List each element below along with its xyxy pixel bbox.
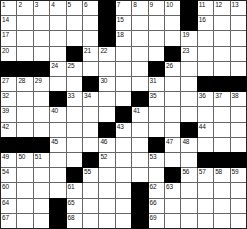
clue-number-18: 18 [117, 31, 124, 38]
clue-number-36: 36 [199, 92, 206, 99]
black-cell-r4c5 [67, 47, 82, 61]
clue-number-53: 53 [150, 153, 157, 160]
clue-number-13: 13 [232, 1, 239, 8]
grid-cell-r11c10[interactable]: 53 [149, 153, 164, 167]
grid-cell-r15c8[interactable] [116, 214, 131, 228]
clue-number-52: 52 [100, 153, 107, 160]
grid-cell-r12c14[interactable]: 58 [214, 168, 229, 182]
grid-cell-r3c3[interactable] [34, 31, 49, 45]
black-cell-r10c3 [34, 138, 49, 152]
grid-cell-r9c11[interactable] [165, 123, 180, 137]
clue-number-16: 16 [199, 16, 206, 23]
black-cell-r5c1 [1, 62, 16, 76]
clue-number-24: 24 [51, 62, 58, 69]
grid-cell-r1c2[interactable]: 2 [17, 1, 32, 15]
grid-cell-r11c8[interactable] [116, 153, 131, 167]
black-cell-r5c3 [34, 62, 49, 76]
grid-cell-r1c6[interactable]: 6 [83, 1, 98, 15]
grid-cell-r8c12[interactable] [181, 107, 196, 121]
grid-cell-r13c1[interactable]: 60 [1, 183, 16, 197]
black-cell-r15c4 [50, 214, 65, 228]
grid-cell-r5c14[interactable] [214, 62, 229, 76]
grid-cell-r13c2[interactable] [17, 183, 32, 197]
grid-cell-r12c6[interactable]: 55 [83, 168, 98, 182]
grid-cell-r2c3[interactable] [34, 16, 49, 30]
clue-number-22: 22 [100, 47, 107, 54]
grid-cell-r7c1[interactable]: 32 [1, 92, 16, 106]
grid-cell-r14c11[interactable] [165, 199, 180, 213]
grid-cell-r7c15[interactable]: 38 [231, 92, 246, 106]
grid-cell-r14c3[interactable] [34, 199, 49, 213]
black-cell-r11c14 [214, 153, 229, 167]
black-cell-r1c7 [99, 1, 114, 15]
clue-number-69: 69 [150, 214, 157, 221]
clue-number-68: 68 [68, 214, 75, 221]
grid-cell-r13c8[interactable] [116, 183, 131, 197]
black-cell-r2c12 [181, 16, 196, 30]
grid-cell-r3c1[interactable]: 17 [1, 31, 16, 45]
grid-cell-r8c11[interactable] [165, 107, 180, 121]
grid-cell-r4c14[interactable] [214, 47, 229, 61]
grid-cell-r1c8[interactable]: 7 [116, 1, 131, 15]
grid-cell-r1c5[interactable]: 5 [67, 1, 82, 15]
black-cell-r10c1 [1, 138, 16, 152]
grid-cell-r8c14[interactable] [214, 107, 229, 121]
clue-number-25: 25 [68, 62, 75, 69]
clue-number-31: 31 [150, 77, 157, 84]
black-cell-r3c7 [99, 31, 114, 45]
clue-number-7: 7 [117, 1, 120, 8]
clue-number-38: 38 [232, 92, 239, 99]
clue-number-63: 63 [166, 183, 173, 190]
clue-number-19: 19 [182, 31, 189, 38]
grid-cell-r6c2[interactable]: 28 [17, 77, 32, 91]
grid-cell-r2c6[interactable] [83, 16, 98, 30]
grid-cell-r9c2[interactable] [17, 123, 32, 137]
grid-cell-r8c5[interactable] [67, 107, 82, 121]
clue-number-62: 62 [150, 183, 157, 190]
clue-number-8: 8 [133, 1, 136, 8]
grid-cell-r13c5[interactable]: 61 [67, 183, 82, 197]
grid-cell-r7c13[interactable]: 36 [198, 92, 213, 106]
clue-number-56: 56 [182, 168, 189, 175]
black-cell-r5c10 [149, 62, 164, 76]
black-cell-r4c11 [165, 47, 180, 61]
grid-cell-r5c15[interactable] [231, 62, 246, 76]
grid-cell-r2c9[interactable] [132, 16, 147, 30]
grid-cell-r11c9[interactable] [132, 153, 147, 167]
grid-cell-r13c10[interactable]: 62 [149, 183, 164, 197]
black-cell-r12c5 [67, 168, 82, 182]
clue-number-55: 55 [84, 168, 91, 175]
clue-number-64: 64 [2, 199, 9, 206]
clue-number-54: 54 [2, 168, 9, 175]
grid-cell-r4c6[interactable]: 21 [83, 47, 98, 61]
grid-cell-r15c11[interactable] [165, 214, 180, 228]
grid-cell-r8c2[interactable] [17, 107, 32, 121]
grid-cell-r10c6[interactable] [83, 138, 98, 152]
grid-cell-r9c4[interactable] [50, 123, 65, 137]
grid-cell-r4c1[interactable]: 20 [1, 47, 16, 61]
grid-cell-r8c7[interactable] [99, 107, 114, 121]
grid-cell-r13c11[interactable]: 63 [165, 183, 180, 197]
grid-cell-r7c7[interactable] [99, 92, 114, 106]
clue-number-26: 26 [166, 62, 173, 69]
grid-cell-r10c8[interactable] [116, 138, 131, 152]
grid-cell-r9c5[interactable] [67, 123, 82, 137]
grid-cell-r5c5[interactable]: 25 [67, 62, 82, 76]
clue-number-17: 17 [2, 31, 9, 38]
grid-cell-r8c15[interactable] [231, 107, 246, 121]
clue-number-39: 39 [2, 107, 9, 114]
black-cell-r14c4 [50, 199, 65, 213]
clue-number-50: 50 [18, 153, 25, 160]
crossword-grid: 1234567891011121314151617181920212223242… [0, 0, 247, 229]
grid-cell-r13c6[interactable] [83, 183, 98, 197]
clue-number-59: 59 [232, 168, 239, 175]
clue-number-9: 9 [150, 1, 153, 8]
grid-cell-r15c2[interactable] [17, 214, 32, 228]
grid-cell-r3c5[interactable] [67, 31, 82, 45]
grid-cell-r4c15[interactable] [231, 47, 246, 61]
grid-cell-r15c13[interactable] [198, 214, 213, 228]
black-cell-r11c6 [83, 153, 98, 167]
grid-cell-r12c1[interactable]: 54 [1, 168, 16, 182]
grid-cell-r15c5[interactable]: 68 [67, 214, 82, 228]
grid-cell-r8c1[interactable]: 39 [1, 107, 16, 121]
grid-cell-r2c4[interactable] [50, 16, 65, 30]
grid-cell-r8c3[interactable] [34, 107, 49, 121]
grid-cell-r10c7[interactable]: 46 [99, 138, 114, 152]
grid-cell-r11c7[interactable]: 52 [99, 153, 114, 167]
grid-cell-r3c10[interactable] [149, 31, 164, 45]
black-cell-r6c6 [83, 77, 98, 91]
grid-cell-r11c11[interactable] [165, 153, 180, 167]
grid-cell-r2c8[interactable]: 15 [116, 16, 131, 30]
clue-number-66: 66 [150, 199, 157, 206]
clue-number-48: 48 [182, 138, 189, 145]
grid-cell-r14c2[interactable] [17, 199, 32, 213]
grid-cell-r5c7[interactable] [99, 62, 114, 76]
grid-cell-r9c15[interactable] [231, 123, 246, 137]
clue-number-32: 32 [2, 92, 9, 99]
clue-number-65: 65 [68, 199, 75, 206]
black-cell-r14c9 [132, 199, 147, 213]
grid-cell-r13c12[interactable] [181, 183, 196, 197]
clue-number-41: 41 [133, 107, 140, 114]
grid-cell-r5c9[interactable] [132, 62, 147, 76]
grid-cell-r6c9[interactable] [132, 77, 147, 91]
clue-number-49: 49 [2, 153, 9, 160]
grid-cell-r5c6[interactable] [83, 62, 98, 76]
clue-number-42: 42 [2, 123, 9, 130]
grid-cell-r10c12[interactable]: 48 [181, 138, 196, 152]
black-cell-r9c12 [181, 123, 196, 137]
grid-cell-r3c4[interactable] [50, 31, 65, 45]
clue-number-15: 15 [117, 16, 124, 23]
grid-cell-r10c9[interactable] [132, 138, 147, 152]
grid-cell-r15c14[interactable] [214, 214, 229, 228]
grid-cell-r4c9[interactable] [132, 47, 147, 61]
black-cell-r11c15 [231, 153, 246, 167]
grid-cell-r10c4[interactable]: 45 [50, 138, 65, 152]
grid-cell-r14c6[interactable] [83, 199, 98, 213]
clue-number-28: 28 [18, 77, 25, 84]
clue-number-6: 6 [84, 1, 87, 8]
grid-cell-r12c13[interactable]: 57 [198, 168, 213, 182]
grid-cell-r10c5[interactable] [67, 138, 82, 152]
grid-cell-r11c1[interactable]: 49 [1, 153, 16, 167]
black-cell-r12c11 [165, 168, 180, 182]
grid-cell-r11c3[interactable]: 51 [34, 153, 49, 167]
grid-cell-r3c13[interactable] [198, 31, 213, 45]
grid-cell-r4c8[interactable] [116, 47, 131, 61]
clue-number-2: 2 [18, 1, 21, 8]
grid-cell-r12c4[interactable] [50, 168, 65, 182]
grid-cell-r6c3[interactable]: 29 [34, 77, 49, 91]
grid-cell-r14c10[interactable]: 66 [149, 199, 164, 213]
clue-number-29: 29 [35, 77, 42, 84]
grid-cell-r15c15[interactable] [231, 214, 246, 228]
black-cell-r6c14 [214, 77, 229, 91]
grid-cell-r1c9[interactable]: 8 [132, 1, 147, 15]
clue-number-51: 51 [35, 153, 42, 160]
grid-cell-r9c9[interactable] [132, 123, 147, 137]
grid-cell-r4c7[interactable]: 22 [99, 47, 114, 61]
black-cell-r15c9 [132, 214, 147, 228]
grid-cell-r14c14[interactable] [214, 199, 229, 213]
grid-cell-r12c7[interactable] [99, 168, 114, 182]
grid-cell-r6c4[interactable] [50, 77, 65, 91]
black-cell-r2c7 [99, 16, 114, 30]
clue-number-58: 58 [215, 168, 222, 175]
grid-cell-r10c11[interactable]: 47 [165, 138, 180, 152]
grid-cell-r1c4[interactable]: 4 [50, 1, 65, 15]
grid-cell-r2c11[interactable] [165, 16, 180, 30]
grid-cell-r6c12[interactable] [181, 77, 196, 91]
clue-number-23: 23 [182, 47, 189, 54]
grid-cell-r5c8[interactable] [116, 62, 131, 76]
clue-number-61: 61 [68, 183, 75, 190]
grid-cell-r12c10[interactable] [149, 168, 164, 182]
grid-cell-r3c6[interactable] [83, 31, 98, 45]
clue-number-20: 20 [2, 47, 9, 54]
grid-cell-r10c13[interactable] [198, 138, 213, 152]
grid-cell-r15c1[interactable]: 67 [1, 214, 16, 228]
grid-cell-r7c3[interactable] [34, 92, 49, 106]
grid-cell-r14c5[interactable]: 65 [67, 199, 82, 213]
grid-cell-r13c15[interactable] [231, 183, 246, 197]
grid-cell-r3c12[interactable]: 19 [181, 31, 196, 45]
grid-cell-r4c12[interactable]: 23 [181, 47, 196, 61]
grid-cell-r7c11[interactable] [165, 92, 180, 106]
clue-number-46: 46 [100, 138, 107, 145]
black-cell-r9c7 [99, 123, 114, 137]
clue-number-44: 44 [199, 123, 206, 130]
grid-cell-r4c13[interactable] [198, 47, 213, 61]
grid-cell-r12c8[interactable] [116, 168, 131, 182]
grid-cell-r2c15[interactable] [231, 16, 246, 30]
grid-cell-r7c6[interactable]: 34 [83, 92, 98, 106]
grid-cell-r4c4[interactable] [50, 47, 65, 61]
grid-cell-r9c10[interactable] [149, 123, 164, 137]
clue-number-12: 12 [215, 1, 222, 8]
clue-number-57: 57 [199, 168, 206, 175]
grid-cell-r15c3[interactable] [34, 214, 49, 228]
grid-cell-r11c12[interactable] [181, 153, 196, 167]
grid-cell-r15c12[interactable] [181, 214, 196, 228]
grid-cell-r1c13[interactable]: 11 [198, 1, 213, 15]
grid-cell-r2c2[interactable] [17, 16, 32, 30]
clue-number-37: 37 [215, 92, 222, 99]
grid-cell-r13c4[interactable] [50, 183, 65, 197]
grid-cell-r12c2[interactable] [17, 168, 32, 182]
clue-number-11: 11 [199, 1, 205, 8]
grid-cell-r7c5[interactable]: 33 [67, 92, 82, 106]
grid-cell-r1c14[interactable]: 12 [214, 1, 229, 15]
grid-cell-r1c1[interactable]: 1 [1, 1, 16, 15]
grid-cell-r9c8[interactable]: 43 [116, 123, 131, 137]
grid-cell-r11c2[interactable]: 50 [17, 153, 32, 167]
grid-cell-r6c1[interactable]: 27 [1, 77, 16, 91]
clue-number-30: 30 [100, 77, 107, 84]
grid-cell-r9c14[interactable] [214, 123, 229, 137]
grid-cell-r15c6[interactable] [83, 214, 98, 228]
black-cell-r10c10 [149, 138, 164, 152]
grid-cell-r3c15[interactable] [231, 31, 246, 45]
grid-cell-r3c11[interactable] [165, 31, 180, 45]
grid-cell-r8c4[interactable]: 40 [50, 107, 65, 121]
grid-cell-r6c5[interactable] [67, 77, 82, 91]
clue-number-45: 45 [51, 138, 58, 145]
grid-cell-r11c5[interactable] [67, 153, 82, 167]
clue-number-3: 3 [35, 1, 38, 8]
grid-cell-r6c10[interactable]: 31 [149, 77, 164, 91]
clue-number-1: 1 [2, 1, 5, 8]
black-cell-r6c15 [231, 77, 246, 91]
grid-cell-r7c10[interactable]: 35 [149, 92, 164, 106]
clue-number-35: 35 [150, 92, 157, 99]
grid-cell-r7c8[interactable] [116, 92, 131, 106]
grid-cell-r8c10[interactable] [149, 107, 164, 121]
grid-cell-r1c10[interactable]: 9 [149, 1, 164, 15]
grid-cell-r8c6[interactable] [83, 107, 98, 121]
grid-cell-r8c13[interactable] [198, 107, 213, 121]
grid-cell-r14c15[interactable] [231, 199, 246, 213]
grid-cell-r12c12[interactable]: 56 [181, 168, 196, 182]
grid-cell-r14c7[interactable] [99, 199, 114, 213]
grid-cell-r11c4[interactable] [50, 153, 65, 167]
grid-cell-r5c13[interactable] [198, 62, 213, 76]
grid-cell-r15c7[interactable] [99, 214, 114, 228]
clue-number-10: 10 [166, 1, 173, 8]
grid-cell-r4c2[interactable] [17, 47, 32, 61]
grid-cell-r6c11[interactable] [165, 77, 180, 91]
grid-cell-r8c9[interactable]: 41 [132, 107, 147, 121]
grid-cell-r1c15[interactable]: 13 [231, 1, 246, 15]
grid-cell-r4c3[interactable] [34, 47, 49, 61]
grid-cell-r10c15[interactable] [231, 138, 246, 152]
clue-number-21: 21 [84, 47, 91, 54]
grid-cell-r5c11[interactable]: 26 [165, 62, 180, 76]
grid-cell-r14c1[interactable]: 64 [1, 199, 16, 213]
clue-number-33: 33 [68, 92, 75, 99]
clue-number-60: 60 [2, 183, 9, 190]
grid-cell-r10c14[interactable] [214, 138, 229, 152]
grid-cell-r3c9[interactable] [132, 31, 147, 45]
black-cell-r7c9 [132, 92, 147, 106]
grid-cell-r13c3[interactable] [34, 183, 49, 197]
grid-cell-r9c6[interactable] [83, 123, 98, 137]
grid-cell-r12c15[interactable]: 59 [231, 168, 246, 182]
grid-cell-r12c9[interactable] [132, 168, 147, 182]
grid-cell-r14c8[interactable] [116, 199, 131, 213]
grid-cell-r4c10[interactable] [149, 47, 164, 61]
grid-cell-r9c3[interactable] [34, 123, 49, 137]
grid-cell-r3c14[interactable] [214, 31, 229, 45]
clue-number-14: 14 [2, 16, 9, 23]
grid-cell-r15c10[interactable]: 69 [149, 214, 164, 228]
grid-cell-r13c14[interactable] [214, 183, 229, 197]
grid-cell-r7c14[interactable]: 37 [214, 92, 229, 106]
grid-cell-r9c13[interactable]: 44 [198, 123, 213, 137]
grid-cell-r14c12[interactable] [181, 199, 196, 213]
clue-number-40: 40 [51, 107, 58, 114]
black-cell-r5c2 [17, 62, 32, 76]
grid-cell-r2c14[interactable] [214, 16, 229, 30]
grid-cell-r1c3[interactable]: 3 [34, 1, 49, 15]
grid-cell-r13c13[interactable] [198, 183, 213, 197]
clue-number-67: 67 [2, 214, 9, 221]
clue-number-27: 27 [2, 77, 9, 84]
black-cell-r6c13 [198, 77, 213, 91]
black-cell-r1c12 [181, 1, 196, 15]
clue-number-34: 34 [84, 92, 91, 99]
grid-cell-r5c4[interactable]: 24 [50, 62, 65, 76]
grid-cell-r1c11[interactable]: 10 [165, 1, 180, 15]
grid-cell-r7c2[interactable] [17, 92, 32, 106]
grid-cell-r5c12[interactable] [181, 62, 196, 76]
grid-cell-r6c7[interactable]: 30 [99, 77, 114, 91]
clue-number-4: 4 [51, 1, 54, 8]
grid-cell-r3c8[interactable]: 18 [116, 31, 131, 45]
black-cell-r11c13 [198, 153, 213, 167]
clue-number-5: 5 [68, 1, 71, 8]
grid-cell-r12c3[interactable] [34, 168, 49, 182]
grid-cell-r3c2[interactable] [17, 31, 32, 45]
grid-cell-r13c7[interactable] [99, 183, 114, 197]
black-cell-r13c9 [132, 183, 147, 197]
grid-cell-r6c8[interactable] [116, 77, 131, 91]
black-cell-r8c8 [116, 107, 131, 121]
clue-number-43: 43 [117, 123, 124, 130]
grid-cell-r9c1[interactable]: 42 [1, 123, 16, 137]
grid-cell-r2c1[interactable]: 14 [1, 16, 16, 30]
black-cell-r10c2 [17, 138, 32, 152]
grid-cell-r2c10[interactable] [149, 16, 164, 30]
grid-cell-r14c13[interactable] [198, 199, 213, 213]
grid-cell-r2c13[interactable]: 16 [198, 16, 213, 30]
black-cell-r7c4 [50, 92, 65, 106]
grid-cell-r2c5[interactable] [67, 16, 82, 30]
clue-number-47: 47 [166, 138, 173, 145]
grid-cell-r7c12[interactable] [181, 92, 196, 106]
